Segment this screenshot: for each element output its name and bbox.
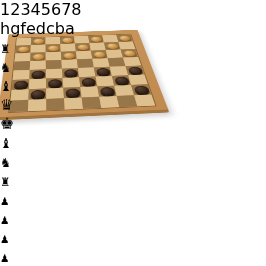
backgammon-point bbox=[127, 60, 236, 90]
chess-piece-dark-p: ♟ bbox=[0, 195, 9, 207]
backgammon-checker-light bbox=[127, 60, 236, 90]
checkers-piece-light bbox=[106, 43, 120, 50]
chess-square: ♛ bbox=[0, 95, 82, 114]
backgammon-checker-light bbox=[127, 60, 236, 90]
chess-square: ♞ bbox=[0, 152, 82, 171]
chess-square: ♚ bbox=[0, 114, 82, 133]
backgammon-checker-light bbox=[127, 60, 236, 90]
checkers-square bbox=[80, 86, 99, 97]
rank-label: 8 bbox=[71, 0, 81, 19]
backgammon-point bbox=[127, 60, 236, 90]
file-label: g bbox=[10, 19, 20, 38]
checkers-square bbox=[118, 41, 135, 49]
chess-board-frame: 12345678 hgfedcba ♜♞♝♛♚♝♞♜♟♟♟♟♟♟♟♟♟♟♟♟♟♟… bbox=[0, 0, 82, 266]
checkers-square bbox=[97, 86, 116, 97]
chess-board-surface: 12345678 hgfedcba ♜♞♝♛♚♝♞♜♟♟♟♟♟♟♟♟♟♟♟♟♟♟… bbox=[0, 0, 82, 266]
chess-piece-dark-n: ♞ bbox=[0, 155, 11, 170]
file-label: d bbox=[36, 19, 46, 38]
chess-square: ♝ bbox=[0, 133, 82, 152]
checkers-piece-light bbox=[118, 35, 131, 41]
chess-grid: ♜♞♝♛♚♝♞♜♟♟♟♟♟♟♟♟♟♟♟♟♟♟♟♟♜♞♝♛♚♝♞♜ bbox=[0, 38, 82, 266]
backgammon-checker-light bbox=[127, 60, 236, 90]
chess-square: ♞ bbox=[0, 57, 82, 76]
file-label: e bbox=[26, 19, 36, 38]
backgammon-point bbox=[127, 60, 236, 90]
file-label: c bbox=[46, 19, 55, 38]
checkers-square bbox=[94, 67, 112, 77]
rank-label: 5 bbox=[41, 0, 51, 19]
chess-piece-dark-k: ♚ bbox=[0, 114, 14, 133]
file-label: a bbox=[65, 19, 75, 38]
checkers-piece-dark bbox=[81, 78, 96, 87]
backgammon-checker-light bbox=[127, 60, 236, 90]
product-photo: 12345678 hgfedcba ♜♞♝♛♚♝♞♜♟♟♟♟♟♟♟♟♟♟♟♟♟♟… bbox=[0, 0, 266, 266]
checkers-piece-dark bbox=[99, 87, 115, 96]
chess-piece-dark-q: ♛ bbox=[0, 96, 13, 114]
backgammon-board bbox=[132, 52, 266, 202]
backgammon-checker-light bbox=[127, 60, 236, 90]
backgammon-checker-light bbox=[127, 60, 236, 90]
chess-piece-dark-b: ♝ bbox=[0, 135, 12, 151]
backgammon-point bbox=[127, 60, 236, 90]
backgammon-point bbox=[127, 60, 236, 90]
chess-rank-labels: 12345678 bbox=[0, 0, 82, 19]
chess-piece-dark-n: ♞ bbox=[0, 60, 11, 75]
rank-label: 4 bbox=[31, 0, 41, 19]
chess-square: ♟ bbox=[0, 247, 82, 266]
rank-label: 2 bbox=[10, 0, 20, 19]
backgammon-point bbox=[127, 60, 236, 90]
backgammon-board-surface bbox=[127, 60, 266, 173]
checkers-piece-light bbox=[92, 51, 106, 58]
backgammon-checker-light bbox=[127, 60, 236, 90]
backgammon-point bbox=[127, 60, 236, 90]
file-label: h bbox=[0, 19, 10, 38]
backgammon-checker-light bbox=[127, 60, 236, 90]
checkers-square bbox=[82, 97, 102, 109]
checkers-piece-dark bbox=[96, 68, 111, 76]
mandala-ornament-icon bbox=[127, 60, 236, 90]
rank-label: 1 bbox=[0, 0, 10, 19]
backgammon-lower-half bbox=[127, 60, 253, 127]
chess-square: ♟ bbox=[0, 190, 82, 209]
backgammon-checker-light bbox=[127, 60, 236, 90]
checkers-piece-light bbox=[90, 36, 103, 42]
backgammon-point bbox=[127, 60, 236, 90]
rank-label: 6 bbox=[51, 0, 61, 19]
rank-label: 3 bbox=[20, 0, 30, 19]
chess-square: ♜ bbox=[0, 38, 82, 57]
chess-square: ♝ bbox=[0, 76, 82, 95]
backgammon-checker-light bbox=[127, 60, 236, 90]
chess-piece-dark-p: ♟ bbox=[0, 233, 9, 245]
backgammon-checker-light bbox=[127, 60, 236, 90]
chess-piece-dark-p: ♟ bbox=[0, 252, 9, 264]
chess-square: ♟ bbox=[0, 209, 82, 228]
chess-piece-dark-b: ♝ bbox=[0, 78, 12, 94]
backgammon-point bbox=[127, 60, 236, 90]
backgammon-point bbox=[127, 60, 236, 90]
chess-piece-dark-p: ♟ bbox=[0, 214, 9, 226]
file-label: b bbox=[55, 19, 65, 38]
chess-piece-dark-r: ♜ bbox=[0, 175, 10, 189]
chess-square: ♜ bbox=[0, 171, 82, 190]
backgammon-checker-light bbox=[127, 60, 236, 90]
backgammon-point bbox=[127, 60, 236, 90]
backgammon-checker-light bbox=[127, 60, 236, 90]
backgammon-point bbox=[127, 60, 236, 90]
rank-label: 7 bbox=[61, 0, 71, 19]
chess-piece-dark-r: ♜ bbox=[0, 42, 10, 56]
checkers-piece-dark bbox=[114, 76, 130, 84]
chess-file-labels: hgfedcba bbox=[0, 19, 82, 38]
backgammon-checker-light bbox=[127, 60, 236, 90]
chess-square: ♟ bbox=[0, 228, 82, 247]
